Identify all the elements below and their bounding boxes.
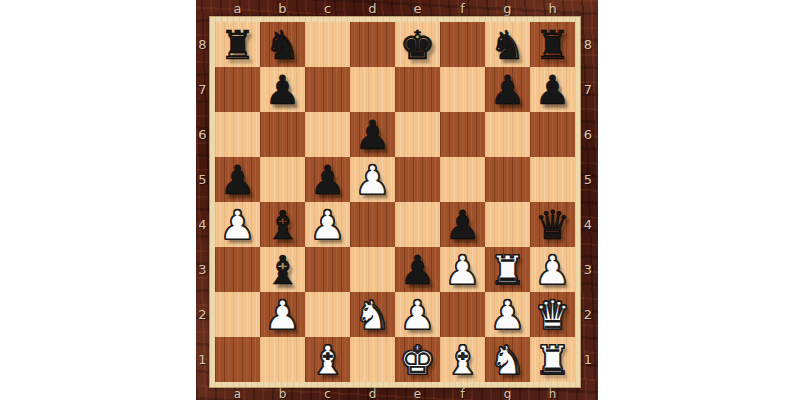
- square-d1[interactable]: [350, 337, 395, 382]
- rank-label-right-5: 5: [580, 157, 596, 202]
- square-h6[interactable]: [530, 112, 575, 157]
- square-f2[interactable]: [440, 292, 485, 337]
- file-label-top-h: h: [530, 0, 575, 16]
- piece-white-pawn[interactable]: ♟: [530, 247, 575, 292]
- piece-black-pawn[interactable]: ♟: [530, 67, 575, 112]
- square-f3[interactable]: ♟: [440, 247, 485, 292]
- square-c8[interactable]: [305, 22, 350, 67]
- file-label-top-f: f: [440, 0, 485, 16]
- piece-white-pawn[interactable]: ♟: [485, 292, 530, 337]
- file-label-bottom-g: g: [485, 387, 530, 400]
- square-a7[interactable]: [215, 67, 260, 112]
- rank-label-left-5: 5: [196, 157, 209, 202]
- board-wood-frame: abcdefgh abcdefgh 87654321 87654321 ♜♞♚♞…: [196, 0, 598, 400]
- piece-black-rook[interactable]: ♜: [530, 22, 575, 67]
- square-d5[interactable]: ♟: [350, 157, 395, 202]
- piece-black-queen[interactable]: ♛: [530, 202, 575, 247]
- piece-white-king[interactable]: ♚: [395, 337, 440, 382]
- square-e7[interactable]: [395, 67, 440, 112]
- piece-black-pawn[interactable]: ♟: [440, 202, 485, 247]
- rank-label-left-2: 2: [196, 292, 209, 337]
- square-e8[interactable]: ♚: [395, 22, 440, 67]
- square-d3[interactable]: [350, 247, 395, 292]
- piece-black-pawn[interactable]: ♟: [260, 67, 305, 112]
- square-g1[interactable]: ♞: [485, 337, 530, 382]
- square-c5[interactable]: ♟: [305, 157, 350, 202]
- square-h7[interactable]: ♟: [530, 67, 575, 112]
- square-h4[interactable]: ♛: [530, 202, 575, 247]
- square-g3[interactable]: ♜: [485, 247, 530, 292]
- rank-label-left-1: 1: [196, 337, 209, 382]
- square-f6[interactable]: [440, 112, 485, 157]
- rank-label-right-6: 6: [580, 112, 596, 157]
- square-e4[interactable]: [395, 202, 440, 247]
- square-e2[interactable]: ♟: [395, 292, 440, 337]
- square-b8[interactable]: ♞: [260, 22, 305, 67]
- square-g6[interactable]: [485, 112, 530, 157]
- file-label-top-c: c: [305, 0, 350, 16]
- square-a6[interactable]: [215, 112, 260, 157]
- rank-label-right-1: 1: [580, 337, 596, 382]
- square-h1[interactable]: ♜: [530, 337, 575, 382]
- piece-black-bishop[interactable]: ♝: [260, 202, 305, 247]
- square-e1[interactable]: ♚: [395, 337, 440, 382]
- file-label-bottom-b: b: [260, 387, 305, 400]
- rank-label-left-7: 7: [196, 67, 209, 112]
- square-a2[interactable]: [215, 292, 260, 337]
- piece-black-pawn[interactable]: ♟: [305, 157, 350, 202]
- square-g4[interactable]: [485, 202, 530, 247]
- square-b1[interactable]: [260, 337, 305, 382]
- rank-label-right-2: 2: [580, 292, 596, 337]
- file-label-bottom-e: e: [395, 387, 440, 400]
- piece-white-knight[interactable]: ♞: [350, 292, 395, 337]
- piece-black-pawn[interactable]: ♟: [485, 67, 530, 112]
- piece-white-pawn[interactable]: ♟: [350, 157, 395, 202]
- square-c7[interactable]: [305, 67, 350, 112]
- square-d6[interactable]: ♟: [350, 112, 395, 157]
- rank-label-right-3: 3: [580, 247, 596, 292]
- piece-white-queen[interactable]: ♛: [530, 292, 575, 337]
- rank-label-left-4: 4: [196, 202, 209, 247]
- square-f4[interactable]: ♟: [440, 202, 485, 247]
- rank-label-left-3: 3: [196, 247, 209, 292]
- rank-labels-left: 87654321: [196, 22, 209, 382]
- rank-label-right-4: 4: [580, 202, 596, 247]
- chess-board: ♜♞♚♞♜♟♟♟♟♟♟♟♟♝♟♟♛♝♟♟♜♟♟♞♟♟♛♝♚♝♞♜: [209, 16, 581, 388]
- file-label-top-a: a: [215, 0, 260, 16]
- piece-white-bishop[interactable]: ♝: [305, 337, 350, 382]
- piece-black-rook[interactable]: ♜: [215, 22, 260, 67]
- square-f8[interactable]: [440, 22, 485, 67]
- square-f5[interactable]: [440, 157, 485, 202]
- square-f7[interactable]: [440, 67, 485, 112]
- square-d7[interactable]: [350, 67, 395, 112]
- square-b2[interactable]: ♟: [260, 292, 305, 337]
- piece-white-rook[interactable]: ♜: [485, 247, 530, 292]
- rank-label-left-6: 6: [196, 112, 209, 157]
- board-squares: ♜♞♚♞♜♟♟♟♟♟♟♟♟♝♟♟♛♝♟♟♜♟♟♞♟♟♛♝♚♝♞♜: [215, 22, 575, 382]
- file-label-top-e: e: [395, 0, 440, 16]
- piece-black-knight[interactable]: ♞: [260, 22, 305, 67]
- square-e5[interactable]: [395, 157, 440, 202]
- file-labels-bottom: abcdefgh: [215, 387, 575, 400]
- piece-black-bishop[interactable]: ♝: [260, 247, 305, 292]
- file-label-top-g: g: [485, 0, 530, 16]
- square-a8[interactable]: ♜: [215, 22, 260, 67]
- square-c2[interactable]: [305, 292, 350, 337]
- square-d2[interactable]: ♞: [350, 292, 395, 337]
- file-label-bottom-f: f: [440, 387, 485, 400]
- piece-white-pawn[interactable]: ♟: [395, 292, 440, 337]
- piece-black-knight[interactable]: ♞: [485, 22, 530, 67]
- square-b3[interactable]: ♝: [260, 247, 305, 292]
- square-a1[interactable]: [215, 337, 260, 382]
- square-a3[interactable]: [215, 247, 260, 292]
- square-d4[interactable]: [350, 202, 395, 247]
- rank-label-left-8: 8: [196, 22, 209, 67]
- square-a5[interactable]: ♟: [215, 157, 260, 202]
- file-label-top-b: b: [260, 0, 305, 16]
- piece-black-king[interactable]: ♚: [395, 22, 440, 67]
- square-h8[interactable]: ♜: [530, 22, 575, 67]
- file-label-bottom-a: a: [215, 387, 260, 400]
- square-h2[interactable]: ♛: [530, 292, 575, 337]
- square-c6[interactable]: [305, 112, 350, 157]
- square-c4[interactable]: ♟: [305, 202, 350, 247]
- file-labels-top: abcdefgh: [215, 0, 575, 16]
- square-f1[interactable]: ♝: [440, 337, 485, 382]
- square-h5[interactable]: [530, 157, 575, 202]
- square-g2[interactable]: ♟: [485, 292, 530, 337]
- square-b5[interactable]: [260, 157, 305, 202]
- rank-label-right-7: 7: [580, 67, 596, 112]
- square-h3[interactable]: ♟: [530, 247, 575, 292]
- square-e6[interactable]: [395, 112, 440, 157]
- square-d8[interactable]: [350, 22, 395, 67]
- piece-white-knight[interactable]: ♞: [485, 337, 530, 382]
- piece-black-pawn[interactable]: ♟: [395, 247, 440, 292]
- square-g5[interactable]: [485, 157, 530, 202]
- square-g7[interactable]: ♟: [485, 67, 530, 112]
- file-label-bottom-d: d: [350, 387, 395, 400]
- rank-labels-right: 87654321: [580, 22, 596, 382]
- square-g8[interactable]: ♞: [485, 22, 530, 67]
- piece-white-pawn[interactable]: ♟: [215, 202, 260, 247]
- square-e3[interactable]: ♟: [395, 247, 440, 292]
- rank-label-right-8: 8: [580, 22, 596, 67]
- square-c1[interactable]: ♝: [305, 337, 350, 382]
- piece-white-bishop[interactable]: ♝: [440, 337, 485, 382]
- piece-black-pawn[interactable]: ♟: [350, 112, 395, 157]
- file-label-top-d: d: [350, 0, 395, 16]
- piece-white-pawn[interactable]: ♟: [440, 247, 485, 292]
- piece-white-pawn[interactable]: ♟: [305, 202, 350, 247]
- square-a4[interactable]: ♟: [215, 202, 260, 247]
- piece-white-rook[interactable]: ♜: [530, 337, 575, 382]
- piece-white-pawn[interactable]: ♟: [260, 292, 305, 337]
- square-c3[interactable]: [305, 247, 350, 292]
- square-b7[interactable]: ♟: [260, 67, 305, 112]
- file-label-bottom-h: h: [530, 387, 575, 400]
- square-b4[interactable]: ♝: [260, 202, 305, 247]
- square-b6[interactable]: [260, 112, 305, 157]
- file-label-bottom-c: c: [305, 387, 350, 400]
- piece-black-pawn[interactable]: ♟: [215, 157, 260, 202]
